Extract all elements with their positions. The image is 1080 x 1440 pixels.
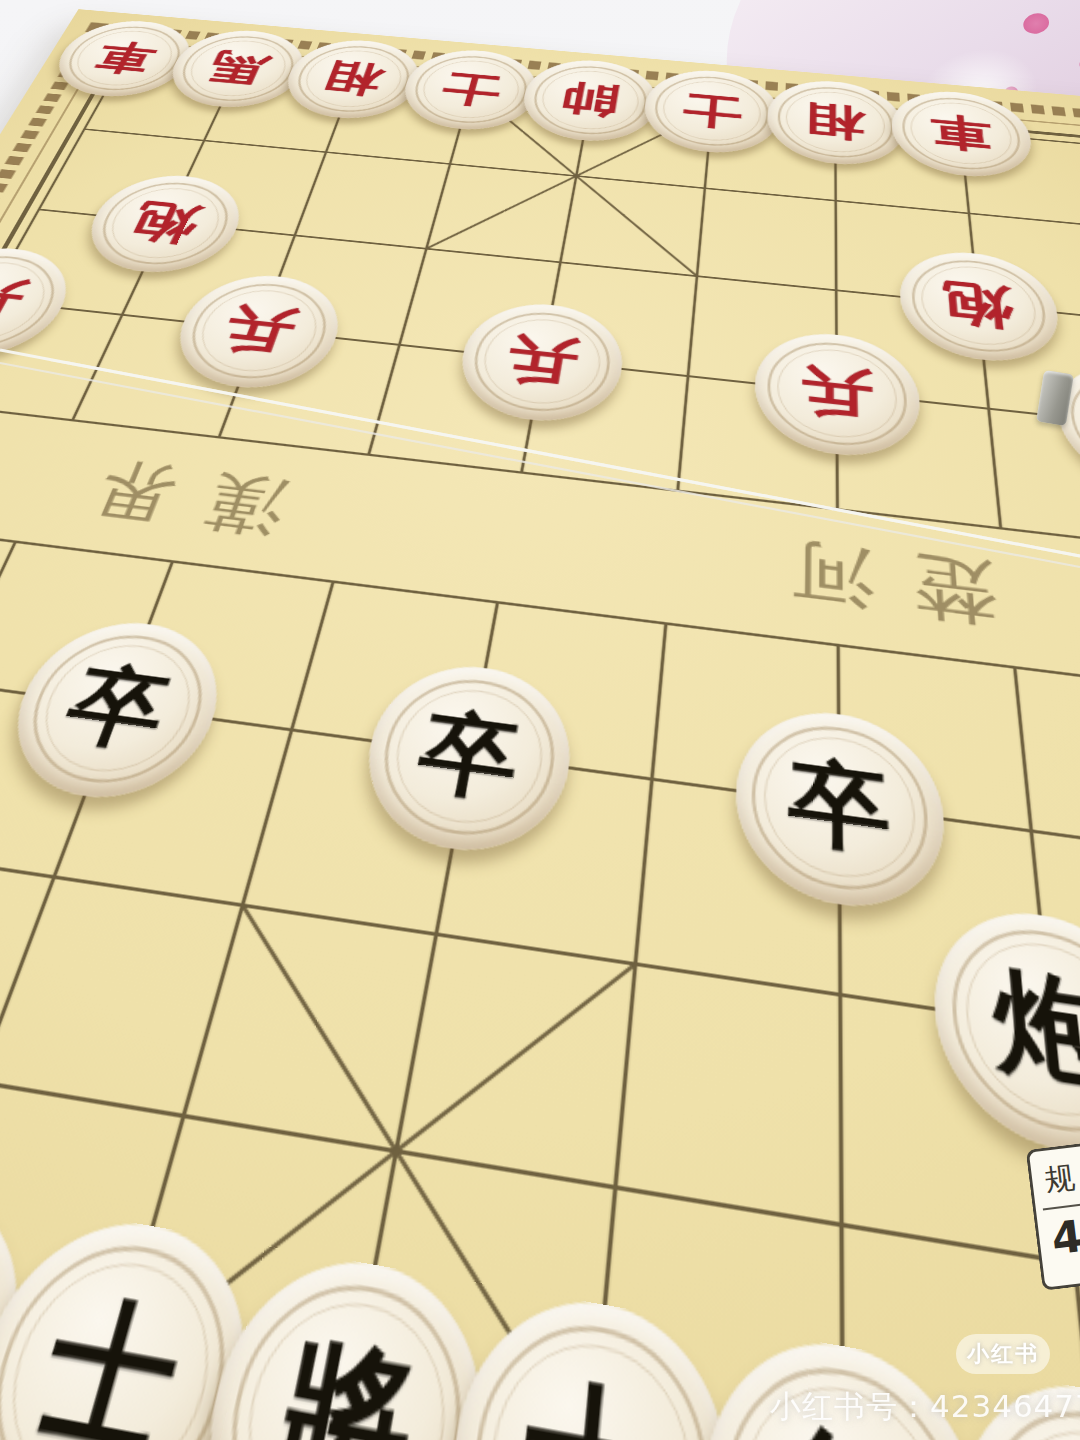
piece-character: 帥 bbox=[558, 80, 622, 120]
flower-print bbox=[1021, 11, 1051, 37]
piece-character: 車 bbox=[88, 39, 161, 76]
piece-character: 炮 bbox=[125, 199, 206, 247]
xiangqi-board: 漢界楚河車馬相士帥士相車炮炮兵兵兵兵兵卒卒卒卒卒炮炮車馬象士將士象馬車 bbox=[0, 9, 1080, 1440]
piece-character: 炮 bbox=[942, 278, 1016, 332]
piece-character: 馬 bbox=[203, 49, 274, 87]
piece-character: 士 bbox=[515, 1371, 663, 1440]
piece-character: 卒 bbox=[412, 705, 525, 807]
spec-label-number: 4 bbox=[1049, 1210, 1080, 1264]
piece-character: 卒 bbox=[787, 753, 891, 860]
piece-character: 兵 bbox=[502, 332, 581, 390]
piece-character: 士 bbox=[25, 1288, 193, 1440]
piece-character: 兵 bbox=[216, 302, 301, 358]
piece-character: 兵 bbox=[800, 363, 874, 423]
river-text-right: 楚河 bbox=[753, 527, 1002, 636]
spec-label-text: 规 bbox=[1036, 1155, 1080, 1211]
piece-character: 兵 bbox=[0, 274, 32, 328]
xiaohongshu-badge: 小红书 bbox=[956, 1334, 1050, 1374]
piece-character: 炮 bbox=[990, 962, 1080, 1094]
piece-character: 卒 bbox=[55, 659, 179, 756]
piece-character: 士 bbox=[437, 69, 504, 108]
piece-character: 相 bbox=[319, 59, 388, 98]
watermark-account-id: 小红书号：4234647765 bbox=[770, 1386, 1080, 1428]
photo-xiangqi-opening: { "game": "xiangqi (Chinese chess), over… bbox=[0, 0, 1080, 1440]
piece-character: 車 bbox=[929, 112, 994, 154]
piece-character: 將 bbox=[266, 1329, 424, 1440]
piece-character: 相 bbox=[805, 101, 866, 142]
river-text-left: 漢界 bbox=[48, 447, 297, 546]
piece-character: 士 bbox=[680, 90, 742, 131]
